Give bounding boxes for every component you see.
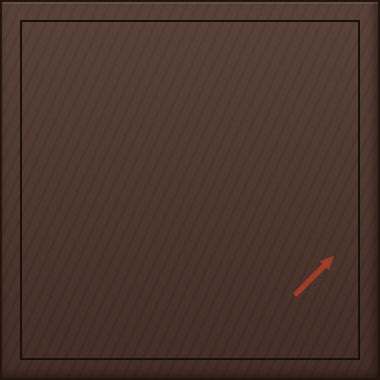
chess-board-screenshot xyxy=(0,0,380,380)
board xyxy=(20,20,360,360)
